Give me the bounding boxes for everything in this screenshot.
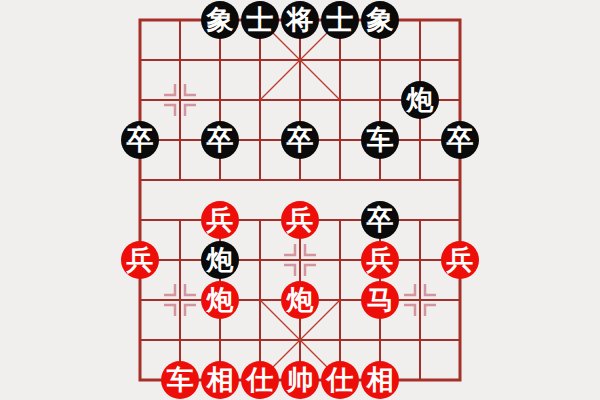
red-pawn[interactable]: 兵 xyxy=(121,241,159,279)
pieces-layer: 象士将士象炮卒卒卒车卒卒炮兵兵兵兵兵炮炮马车相仕帅仕相 xyxy=(120,0,480,400)
red-horse[interactable]: 马 xyxy=(361,281,399,319)
red-cannon[interactable]: 炮 xyxy=(201,281,239,319)
black-pawn[interactable]: 卒 xyxy=(361,201,399,239)
red-elephant[interactable]: 相 xyxy=(201,361,239,399)
black-general[interactable]: 将 xyxy=(281,1,319,39)
red-advisor[interactable]: 仕 xyxy=(241,361,279,399)
black-pawn[interactable]: 卒 xyxy=(201,121,239,159)
black-pawn[interactable]: 卒 xyxy=(441,121,479,159)
red-pawn[interactable]: 兵 xyxy=(441,241,479,279)
black-chariot[interactable]: 车 xyxy=(361,121,399,159)
black-cannon[interactable]: 炮 xyxy=(201,241,239,279)
red-advisor[interactable]: 仕 xyxy=(321,361,359,399)
red-cannon[interactable]: 炮 xyxy=(281,281,319,319)
red-pawn[interactable]: 兵 xyxy=(361,241,399,279)
black-pawn[interactable]: 卒 xyxy=(281,121,319,159)
black-advisor[interactable]: 士 xyxy=(321,1,359,39)
black-elephant[interactable]: 象 xyxy=(201,1,239,39)
black-cannon[interactable]: 炮 xyxy=(401,81,439,119)
red-elephant[interactable]: 相 xyxy=(361,361,399,399)
red-pawn[interactable]: 兵 xyxy=(201,201,239,239)
red-pawn[interactable]: 兵 xyxy=(281,201,319,239)
red-chariot[interactable]: 车 xyxy=(161,361,199,399)
black-pawn[interactable]: 卒 xyxy=(121,121,159,159)
red-general[interactable]: 帅 xyxy=(281,361,319,399)
xiangqi-board: 象士将士象炮卒卒卒车卒卒炮兵兵兵兵兵炮炮马车相仕帅仕相 xyxy=(0,0,600,400)
black-advisor[interactable]: 士 xyxy=(241,1,279,39)
black-elephant[interactable]: 象 xyxy=(361,1,399,39)
